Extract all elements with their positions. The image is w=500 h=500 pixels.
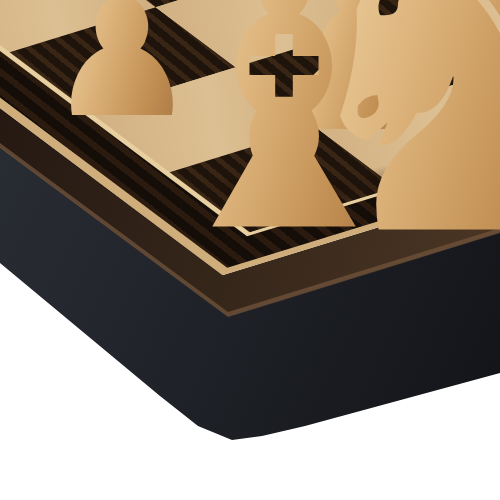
product-photo-scene: ♟ ♟ ♝ ♞ xyxy=(0,0,500,500)
white-knight-b1: ♞ xyxy=(277,0,500,300)
